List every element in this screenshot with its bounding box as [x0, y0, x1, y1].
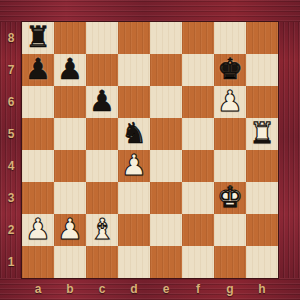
square-h4[interactable]	[246, 150, 278, 182]
square-a8[interactable]: ♜	[22, 22, 54, 54]
square-c4[interactable]	[86, 150, 118, 182]
file-label-g: g	[214, 278, 246, 300]
rank-label-6: 6	[0, 86, 22, 118]
square-h6[interactable]	[246, 86, 278, 118]
square-f4[interactable]	[182, 150, 214, 182]
square-d2[interactable]	[118, 214, 150, 246]
square-g5[interactable]	[214, 118, 246, 150]
white-king[interactable]: ♚	[214, 182, 246, 214]
square-e6[interactable]	[150, 86, 182, 118]
file-label-h: h	[246, 278, 278, 300]
square-f8[interactable]	[182, 22, 214, 54]
square-h7[interactable]	[246, 54, 278, 86]
file-label-d: d	[118, 278, 150, 300]
square-c5[interactable]	[86, 118, 118, 150]
rank-label-7: 7	[0, 54, 22, 86]
square-g3[interactable]: ♚	[214, 182, 246, 214]
square-g8[interactable]	[214, 22, 246, 54]
square-a7[interactable]: ♟	[22, 54, 54, 86]
square-e3[interactable]	[150, 182, 182, 214]
square-f7[interactable]	[182, 54, 214, 86]
square-h2[interactable]	[246, 214, 278, 246]
square-g1[interactable]	[214, 246, 246, 278]
square-g6[interactable]: ♟	[214, 86, 246, 118]
square-d7[interactable]	[118, 54, 150, 86]
file-label-e: e	[150, 278, 182, 300]
white-rook[interactable]: ♜	[246, 118, 278, 150]
square-e2[interactable]	[150, 214, 182, 246]
square-h8[interactable]	[246, 22, 278, 54]
white-bishop[interactable]: ♝	[86, 214, 118, 246]
square-b6[interactable]	[54, 86, 86, 118]
file-labels: abcdefgh	[22, 278, 278, 300]
file-label-a: a	[22, 278, 54, 300]
square-c1[interactable]	[86, 246, 118, 278]
square-f2[interactable]	[182, 214, 214, 246]
square-d8[interactable]	[118, 22, 150, 54]
square-a1[interactable]	[22, 246, 54, 278]
square-e5[interactable]	[150, 118, 182, 150]
square-c3[interactable]	[86, 182, 118, 214]
square-f5[interactable]	[182, 118, 214, 150]
square-d1[interactable]	[118, 246, 150, 278]
white-pawn[interactable]: ♟	[22, 214, 54, 246]
white-pawn[interactable]: ♟	[54, 214, 86, 246]
square-f3[interactable]	[182, 182, 214, 214]
square-c6[interactable]: ♟	[86, 86, 118, 118]
black-knight[interactable]: ♞	[118, 118, 150, 150]
rank-label-3: 3	[0, 182, 22, 214]
square-d4[interactable]: ♟	[118, 150, 150, 182]
black-pawn[interactable]: ♟	[22, 54, 54, 86]
square-c2[interactable]: ♝	[86, 214, 118, 246]
square-a2[interactable]: ♟	[22, 214, 54, 246]
square-d3[interactable]	[118, 182, 150, 214]
square-b2[interactable]: ♟	[54, 214, 86, 246]
square-a3[interactable]	[22, 182, 54, 214]
square-f6[interactable]	[182, 86, 214, 118]
file-label-c: c	[86, 278, 118, 300]
square-f1[interactable]	[182, 246, 214, 278]
black-pawn[interactable]: ♟	[54, 54, 86, 86]
file-label-b: b	[54, 278, 86, 300]
square-g4[interactable]	[214, 150, 246, 182]
rank-label-2: 2	[0, 214, 22, 246]
square-e7[interactable]	[150, 54, 182, 86]
white-pawn[interactable]: ♟	[118, 150, 150, 182]
frame-top-edge	[0, 0, 300, 22]
square-e8[interactable]	[150, 22, 182, 54]
square-c8[interactable]	[86, 22, 118, 54]
rank-label-8: 8	[0, 22, 22, 54]
square-a5[interactable]	[22, 118, 54, 150]
rank-label-4: 4	[0, 150, 22, 182]
black-rook[interactable]: ♜	[22, 22, 54, 54]
square-b3[interactable]	[54, 182, 86, 214]
black-king[interactable]: ♚	[214, 54, 246, 86]
square-b5[interactable]	[54, 118, 86, 150]
square-g2[interactable]	[214, 214, 246, 246]
square-d6[interactable]	[118, 86, 150, 118]
square-b7[interactable]: ♟	[54, 54, 86, 86]
square-c7[interactable]	[86, 54, 118, 86]
rank-label-1: 1	[0, 246, 22, 278]
square-d5[interactable]: ♞	[118, 118, 150, 150]
chessboard-frame: 87654321 abcdefgh ♜♟♟♚♟♟♞♜♟♚♟♟♝	[0, 0, 300, 300]
square-e1[interactable]	[150, 246, 182, 278]
board: ♜♟♟♚♟♟♞♜♟♚♟♟♝	[22, 22, 278, 278]
square-b4[interactable]	[54, 150, 86, 182]
black-pawn[interactable]: ♟	[86, 86, 118, 118]
square-h3[interactable]	[246, 182, 278, 214]
square-h1[interactable]	[246, 246, 278, 278]
square-a4[interactable]	[22, 150, 54, 182]
square-g7[interactable]: ♚	[214, 54, 246, 86]
square-b8[interactable]	[54, 22, 86, 54]
square-a6[interactable]	[22, 86, 54, 118]
rank-label-5: 5	[0, 118, 22, 150]
square-e4[interactable]	[150, 150, 182, 182]
file-label-f: f	[182, 278, 214, 300]
white-pawn[interactable]: ♟	[214, 86, 246, 118]
frame-right-edge	[278, 22, 300, 278]
square-b1[interactable]	[54, 246, 86, 278]
rank-labels: 87654321	[0, 22, 22, 278]
square-h5[interactable]: ♜	[246, 118, 278, 150]
